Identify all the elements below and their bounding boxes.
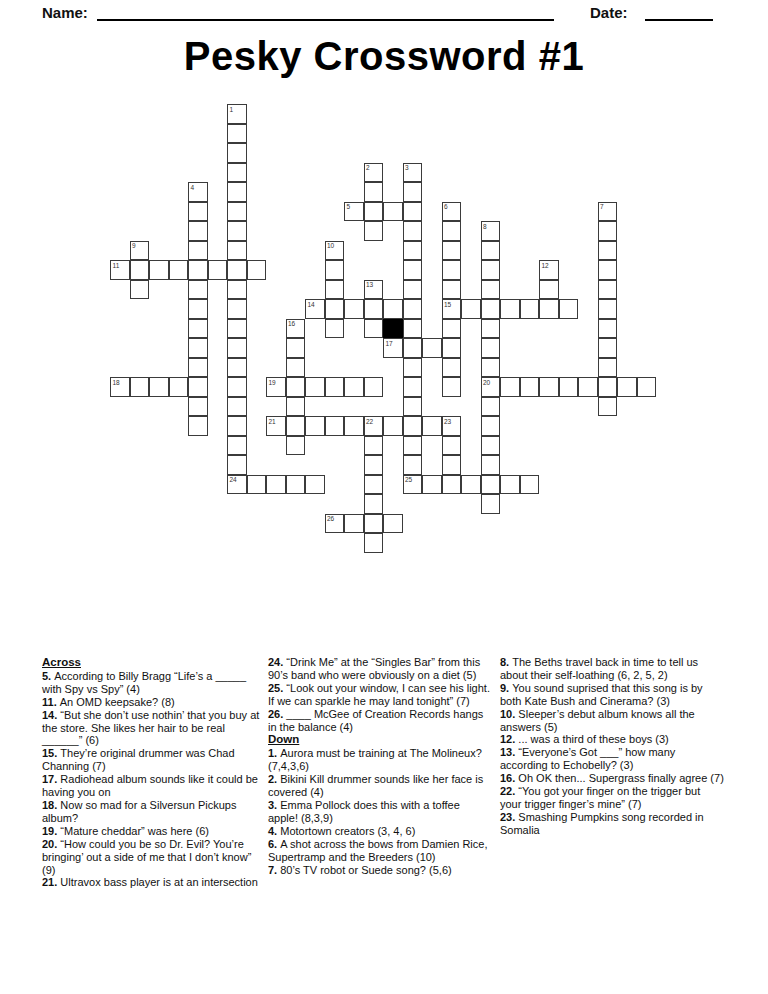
grid-cell[interactable]: [227, 221, 247, 241]
clue-column-3: 8. The Beths travel back in time to tell…: [500, 656, 724, 837]
across-header: Across: [42, 656, 266, 669]
grid-cell[interactable]: [208, 260, 228, 280]
grid-cell[interactable]: [442, 319, 462, 339]
clue-down-6: 6. A shot across the bows from Damien Ri…: [268, 838, 492, 864]
grid-cell[interactable]: [247, 260, 267, 280]
grid-cell[interactable]: [286, 416, 306, 436]
grid-cell[interactable]: 21: [266, 416, 286, 436]
clue-across-25: 25. “Look out your window, I can see his…: [268, 682, 492, 708]
grid-cell[interactable]: [383, 416, 403, 436]
grid-cell[interactable]: [227, 280, 247, 300]
clue-number-label: 12.: [500, 733, 518, 745]
grid-cell[interactable]: [539, 280, 559, 300]
grid-cell[interactable]: [149, 260, 169, 280]
grid-cell[interactable]: [286, 436, 306, 456]
grid-cell[interactable]: [403, 377, 423, 397]
grid-cell[interactable]: 22: [364, 416, 384, 436]
grid-cell[interactable]: [442, 338, 462, 358]
grid-cell[interactable]: [481, 299, 501, 319]
clue-across-17: 17. Radiohead album sounds like it could…: [42, 773, 266, 799]
clue-number: 24: [230, 476, 237, 483]
grid-cell[interactable]: [461, 475, 481, 495]
grid-cell[interactable]: [227, 202, 247, 222]
clue-number-label: 19.: [42, 825, 60, 837]
grid-cell[interactable]: [422, 338, 442, 358]
grid-cell[interactable]: [598, 260, 618, 280]
grid-cell[interactable]: 7: [598, 202, 618, 222]
grid-cell[interactable]: [227, 260, 247, 280]
grid-cell[interactable]: [364, 436, 384, 456]
grid-cell[interactable]: [149, 377, 169, 397]
grid-cell[interactable]: 10: [325, 241, 345, 261]
grid-cell[interactable]: [188, 338, 208, 358]
clue-number: 3: [405, 164, 409, 171]
grid-cell[interactable]: [481, 260, 501, 280]
grid-cell[interactable]: [403, 202, 423, 222]
grid-cell[interactable]: [383, 514, 403, 534]
clue-number-label: 6.: [268, 838, 280, 850]
grid-cell[interactable]: [559, 377, 579, 397]
clue-number: 11: [113, 262, 120, 269]
grid-cell[interactable]: [481, 338, 501, 358]
grid-cell[interactable]: [227, 124, 247, 144]
clue-number: 19: [269, 379, 276, 386]
grid-cell[interactable]: [227, 241, 247, 261]
clue-column-2: 24. “Drink Me” at the “Singles Bar” from…: [268, 656, 492, 876]
name-label: Name:: [42, 4, 88, 21]
clue-number-label: 3.: [268, 799, 280, 811]
grid-cell[interactable]: [598, 299, 618, 319]
grid-cell[interactable]: [539, 377, 559, 397]
clue-number-label: 4.: [268, 825, 280, 837]
grid-cell[interactable]: 11: [110, 260, 130, 280]
grid-cell[interactable]: [481, 416, 501, 436]
grid-cell[interactable]: 26: [325, 514, 345, 534]
grid-cell[interactable]: [188, 397, 208, 417]
clue-across-19: 19. “Mature cheddar” was here (6): [42, 825, 266, 838]
clue-number: 20: [483, 379, 490, 386]
grid-cell[interactable]: [286, 377, 306, 397]
clue-down-16: 16. Oh OK then... Supergrass finally agr…: [500, 772, 724, 785]
grid-cell[interactable]: [266, 475, 286, 495]
clue-number: 4: [191, 184, 195, 191]
grid-cell[interactable]: [403, 182, 423, 202]
clue-across-21: 21. Ultravox bass player is at an inters…: [42, 876, 266, 889]
clue-number: 2: [366, 164, 370, 171]
grid-cell[interactable]: [364, 319, 384, 339]
grid-cell[interactable]: 16: [286, 319, 306, 339]
grid-cell[interactable]: 3: [403, 163, 423, 183]
grid-cell[interactable]: 18: [110, 377, 130, 397]
grid-cell[interactable]: [364, 221, 384, 241]
grid-cell[interactable]: [442, 377, 462, 397]
grid-cell[interactable]: [598, 338, 618, 358]
grid-cell[interactable]: [227, 416, 247, 436]
grid-cell[interactable]: 13: [364, 280, 384, 300]
clue-number-label: 9.: [500, 682, 512, 694]
clue-across-18: 18. Now so mad for a Silversun Pickups a…: [42, 799, 266, 825]
grid-cell[interactable]: [188, 377, 208, 397]
clue-number: 13: [366, 281, 373, 288]
clue-number-label: 13.: [500, 746, 518, 758]
grid-cell[interactable]: [227, 358, 247, 378]
grid-cell[interactable]: [422, 416, 442, 436]
grid-cell[interactable]: [325, 319, 345, 339]
grid-cell[interactable]: [403, 416, 423, 436]
grid-cell[interactable]: [520, 475, 540, 495]
grid-cell[interactable]: [403, 338, 423, 358]
grid-cell[interactable]: [344, 377, 364, 397]
clue-number-label: 7.: [268, 864, 280, 876]
grid-cell[interactable]: [188, 260, 208, 280]
clue-down-7: 7. 80’s TV robot or Suede song? (5,6): [268, 864, 492, 877]
clue-number-label: 15.: [42, 747, 60, 759]
clue-number: 18: [113, 379, 120, 386]
grid-cell[interactable]: 6: [442, 202, 462, 222]
grid-cell[interactable]: [520, 299, 540, 319]
grid-cell[interactable]: [325, 377, 345, 397]
clue-number-label: 14.: [42, 709, 60, 721]
grid-cell[interactable]: 14: [305, 299, 325, 319]
clue-number: 23: [444, 418, 451, 425]
grid-cell[interactable]: [305, 416, 325, 436]
grid-cell[interactable]: 23: [442, 416, 462, 436]
grid-cell[interactable]: [481, 397, 501, 417]
clue-down-1: 1. Aurora must be training at The Moline…: [268, 747, 492, 773]
clue-across-15: 15. They’re original drummer was Chad Ch…: [42, 747, 266, 773]
grid-cell[interactable]: [598, 221, 618, 241]
clue-down-23: 23. Smashing Pumpkins song recorded in S…: [500, 811, 724, 837]
grid-cell[interactable]: 4: [188, 182, 208, 202]
grid-cell[interactable]: [403, 299, 423, 319]
clue-number-label: 10.: [500, 708, 518, 720]
crossword-grid: 1234567891011121314151617181920212223242…: [110, 104, 657, 554]
down-header: Down: [268, 733, 492, 746]
grid-cell[interactable]: [325, 280, 345, 300]
grid-cell[interactable]: 5: [344, 202, 364, 222]
grid-cell[interactable]: [227, 299, 247, 319]
clue-number-label: 2.: [268, 773, 280, 785]
grid-cell[interactable]: [169, 260, 189, 280]
clue-number-label: 16.: [500, 772, 518, 784]
clue-down-8: 8. The Beths travel back in time to tell…: [500, 656, 724, 682]
grid-cell[interactable]: [247, 475, 267, 495]
clue-number-label: 20.: [42, 838, 60, 850]
grid-cell[interactable]: [383, 299, 403, 319]
clue-number: 5: [347, 203, 351, 210]
grid-cell[interactable]: [364, 514, 384, 534]
grid-cell[interactable]: [442, 358, 462, 378]
clue-number: 9: [132, 242, 136, 249]
clue-down-22: 22. “You got your finger on the trigger …: [500, 785, 724, 811]
grid-cell[interactable]: [227, 182, 247, 202]
grid-cell[interactable]: [500, 377, 520, 397]
grid-cell[interactable]: [481, 319, 501, 339]
clue-number-label: 23.: [500, 811, 518, 823]
grid-cell[interactable]: [578, 377, 598, 397]
grid-cell[interactable]: [461, 299, 481, 319]
clue-number-label: 8.: [500, 656, 512, 668]
grid-cell[interactable]: [442, 455, 462, 475]
clue-number: 1: [230, 106, 234, 113]
grid-cell[interactable]: 19: [266, 377, 286, 397]
clue-number-label: 24.: [268, 656, 286, 668]
grid-cell[interactable]: [403, 280, 423, 300]
clue-number: 26: [327, 515, 334, 522]
grid-cell[interactable]: [188, 280, 208, 300]
grid-cell[interactable]: [442, 475, 462, 495]
grid-cell[interactable]: [481, 358, 501, 378]
grid-cell[interactable]: [364, 299, 384, 319]
grid-cell[interactable]: [364, 182, 384, 202]
clue-number: 8: [483, 223, 487, 230]
grid-cell[interactable]: [442, 260, 462, 280]
grid-cell[interactable]: [130, 260, 150, 280]
clue-number: 25: [405, 476, 412, 483]
grid-cell[interactable]: [383, 202, 403, 222]
clue-across-26: 26. ____ McGee of Creation Records hangs…: [268, 708, 492, 734]
grid-cell[interactable]: [227, 338, 247, 358]
clue-number: 10: [327, 242, 334, 249]
clue-number: 12: [542, 262, 549, 269]
clue-number: 17: [386, 340, 393, 347]
grid-cell[interactable]: [617, 377, 637, 397]
clue-number: 6: [444, 203, 448, 210]
grid-cell[interactable]: [403, 319, 423, 339]
grid-cell[interactable]: [500, 299, 520, 319]
clue-number-label: 25.: [268, 682, 286, 694]
clue-number: 14: [308, 301, 315, 308]
grid-cell[interactable]: [403, 358, 423, 378]
grid-cell[interactable]: [364, 377, 384, 397]
clue-across-24: 24. “Drink Me” at the “Singles Bar” from…: [268, 656, 492, 682]
clue-number: 15: [444, 301, 451, 308]
grid-cell[interactable]: [188, 299, 208, 319]
grid-cell[interactable]: 1: [227, 104, 247, 124]
grid-cell[interactable]: [598, 397, 618, 417]
grid-cell[interactable]: [481, 241, 501, 261]
clue-number-label: 26.: [268, 708, 286, 720]
grid-cell[interactable]: [227, 436, 247, 456]
clue-number-label: 5.: [42, 670, 54, 682]
grid-cell[interactable]: [598, 241, 618, 261]
grid-cell[interactable]: [481, 475, 501, 495]
grid-cell[interactable]: [344, 514, 364, 534]
grid-cell[interactable]: [227, 455, 247, 475]
grid-cell[interactable]: [403, 436, 423, 456]
grid-cell[interactable]: [364, 455, 384, 475]
grid-cell[interactable]: [188, 241, 208, 261]
grid-cell[interactable]: [130, 280, 150, 300]
grid-cell[interactable]: [481, 494, 501, 514]
grid-cell[interactable]: [188, 202, 208, 222]
clue-number: 22: [366, 418, 373, 425]
page-title: Pesky Crossword #1: [0, 34, 768, 79]
grid-cell[interactable]: [481, 436, 501, 456]
date-label: Date:: [590, 4, 628, 21]
name-blank-line[interactable]: [97, 19, 554, 21]
grid-cell[interactable]: [344, 299, 364, 319]
clue-number: 16: [288, 320, 295, 327]
clue-across-20: 20. “How could you be so Dr. Evil? You’r…: [42, 838, 266, 877]
clue-number: 7: [600, 203, 604, 210]
grid-cell[interactable]: 17: [383, 338, 403, 358]
grid-cell[interactable]: [403, 397, 423, 417]
clue-down-10: 10. Sleeper’s debut album knows all the …: [500, 708, 724, 734]
grid-cell[interactable]: 2: [364, 163, 384, 183]
grid-cell[interactable]: [169, 377, 189, 397]
clue-number-label: 18.: [42, 799, 60, 811]
grid-cell[interactable]: [364, 475, 384, 495]
clue-down-9: 9. You sound suprised that this song is …: [500, 682, 724, 708]
grid-cell[interactable]: [227, 143, 247, 163]
grid-cell[interactable]: [188, 221, 208, 241]
grid-cell[interactable]: [403, 241, 423, 261]
grid-cell[interactable]: 24: [227, 475, 247, 495]
grid-cell[interactable]: [422, 475, 442, 495]
clue-down-4: 4. Motortown creators (3, 4, 6): [268, 825, 492, 838]
grid-cell[interactable]: [325, 299, 345, 319]
grid-cell[interactable]: [344, 416, 364, 436]
date-blank-line[interactable]: [645, 19, 713, 21]
grid-cell[interactable]: [227, 163, 247, 183]
grid-cell[interactable]: [325, 416, 345, 436]
grid-cell[interactable]: [637, 377, 657, 397]
grid-cell[interactable]: 9: [130, 241, 150, 261]
grid-cell[interactable]: [403, 221, 423, 241]
grid-cell[interactable]: [520, 377, 540, 397]
clue-down-12: 12. ... was a third of these boys (3): [500, 733, 724, 746]
clue-number-label: 21.: [42, 876, 60, 888]
grid-cell[interactable]: 12: [539, 260, 559, 280]
grid-cell[interactable]: 8: [481, 221, 501, 241]
grid-cell[interactable]: [305, 475, 325, 495]
grid-cell[interactable]: [286, 338, 306, 358]
clue-number-label: 17.: [42, 773, 60, 785]
black-cell: [383, 319, 403, 339]
grid-cell[interactable]: [227, 319, 247, 339]
grid-cell[interactable]: [442, 436, 462, 456]
clue-number: 21: [269, 418, 276, 425]
clue-across-14: 14. “But she don’t use nothin’ that you …: [42, 709, 266, 748]
grid-cell[interactable]: [364, 202, 384, 222]
grid-cell[interactable]: [500, 475, 520, 495]
clue-across-11: 11. An OMD keepsake? (8): [42, 696, 266, 709]
grid-cell[interactable]: [559, 299, 579, 319]
grid-cell[interactable]: [286, 358, 306, 378]
clue-number-label: 22.: [500, 785, 518, 797]
grid-cell[interactable]: [403, 260, 423, 280]
grid-cell[interactable]: [325, 260, 345, 280]
grid-cell[interactable]: [403, 455, 423, 475]
grid-cell[interactable]: [188, 319, 208, 339]
grid-cell[interactable]: [442, 280, 462, 300]
grid-cell[interactable]: [598, 377, 618, 397]
grid-cell[interactable]: [286, 397, 306, 417]
grid-cell[interactable]: 15: [442, 299, 462, 319]
grid-cell[interactable]: [442, 241, 462, 261]
clue-across-5: 5. According to Billy Bragg “Life’s a __…: [42, 670, 266, 696]
grid-cell[interactable]: [130, 377, 150, 397]
grid-cell[interactable]: [481, 280, 501, 300]
grid-cell[interactable]: [188, 416, 208, 436]
grid-cell[interactable]: [598, 280, 618, 300]
grid-cell[interactable]: 20: [481, 377, 501, 397]
grid-cell[interactable]: [539, 299, 559, 319]
grid-cell[interactable]: 25: [403, 475, 423, 495]
grid-cell[interactable]: [364, 494, 384, 514]
grid-cell[interactable]: [442, 221, 462, 241]
clue-column-1: Across5. According to Billy Bragg “Life’…: [42, 656, 266, 889]
grid-cell[interactable]: [481, 455, 501, 475]
clue-number-label: 1.: [268, 747, 280, 759]
grid-cell[interactable]: [286, 475, 306, 495]
grid-cell[interactable]: [227, 377, 247, 397]
clue-number-label: 11.: [42, 696, 60, 708]
grid-cell[interactable]: [598, 358, 618, 378]
clue-down-2: 2. Bikini Kill drummer sounds like her f…: [268, 773, 492, 799]
grid-cell[interactable]: [364, 533, 384, 553]
grid-cell[interactable]: [598, 319, 618, 339]
clue-down-13: 13. “Everyone’s Got ___” how many accord…: [500, 746, 724, 772]
grid-cell[interactable]: [227, 397, 247, 417]
grid-cell[interactable]: [305, 377, 325, 397]
clue-down-3: 3. Emma Pollock does this with a toffee …: [268, 799, 492, 825]
grid-cell[interactable]: [188, 358, 208, 378]
